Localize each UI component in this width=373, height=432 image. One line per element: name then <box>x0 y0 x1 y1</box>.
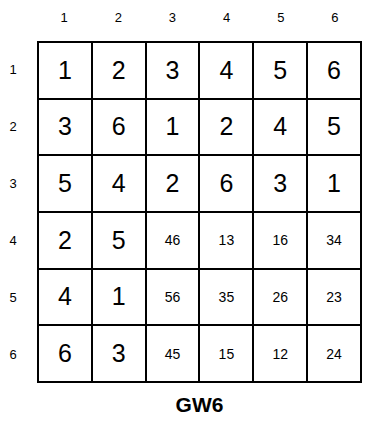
cell-r6c2[interactable]: 3 <box>93 326 145 381</box>
cell-r1c2[interactable]: 2 <box>93 43 145 98</box>
col-label-4: 4 <box>200 2 254 32</box>
cell-r1c1[interactable]: 1 <box>39 43 91 98</box>
cell-r2c6[interactable]: 5 <box>308 100 360 155</box>
cell-r4c2[interactable]: 5 <box>93 213 145 268</box>
cell-r4c6[interactable]: 34 <box>308 213 360 268</box>
col-label-5: 5 <box>254 2 308 32</box>
cell-r4c4[interactable]: 13 <box>200 213 252 268</box>
cell-r5c4[interactable]: 35 <box>200 270 252 325</box>
row-label-2: 2 <box>0 98 26 155</box>
cell-r4c5[interactable]: 16 <box>254 213 306 268</box>
cell-r4c1[interactable]: 2 <box>39 213 91 268</box>
row-labels: 1 2 3 4 5 6 <box>0 41 26 383</box>
row-label-4: 4 <box>0 212 26 269</box>
col-label-3: 3 <box>145 2 199 32</box>
cell-r3c1[interactable]: 5 <box>39 156 91 211</box>
cell-r6c6[interactable]: 24 <box>308 326 360 381</box>
col-label-1: 1 <box>37 2 91 32</box>
cell-r5c5[interactable]: 26 <box>254 270 306 325</box>
cell-r4c3[interactable]: 46 <box>147 213 199 268</box>
cell-r6c4[interactable]: 15 <box>200 326 252 381</box>
puzzle-grid: 1 2 3 4 5 6 3 6 1 2 4 5 5 4 2 6 3 1 2 5 … <box>37 41 362 383</box>
cell-r3c5[interactable]: 3 <box>254 156 306 211</box>
cell-r5c1[interactable]: 4 <box>39 270 91 325</box>
cell-r1c6[interactable]: 6 <box>308 43 360 98</box>
cell-r3c2[interactable]: 4 <box>93 156 145 211</box>
cell-r2c1[interactable]: 3 <box>39 100 91 155</box>
cell-r6c3[interactable]: 45 <box>147 326 199 381</box>
cell-r3c4[interactable]: 6 <box>200 156 252 211</box>
col-label-6: 6 <box>308 2 362 32</box>
column-labels: 1 2 3 4 5 6 <box>37 2 362 32</box>
row-label-3: 3 <box>0 155 26 212</box>
cell-r2c2[interactable]: 6 <box>93 100 145 155</box>
puzzle-page: 1 2 3 4 5 6 1 2 3 4 5 6 1 2 3 4 5 6 3 6 … <box>0 0 373 432</box>
cell-r6c1[interactable]: 6 <box>39 326 91 381</box>
cell-r5c3[interactable]: 56 <box>147 270 199 325</box>
cell-r1c3[interactable]: 3 <box>147 43 199 98</box>
puzzle-caption: GW6 <box>37 391 362 419</box>
cell-r1c4[interactable]: 4 <box>200 43 252 98</box>
cell-r2c4[interactable]: 2 <box>200 100 252 155</box>
cell-r2c5[interactable]: 4 <box>254 100 306 155</box>
col-label-2: 2 <box>91 2 145 32</box>
cell-r3c3[interactable]: 2 <box>147 156 199 211</box>
cell-r2c3[interactable]: 1 <box>147 100 199 155</box>
cell-r3c6[interactable]: 1 <box>308 156 360 211</box>
cell-r5c6[interactable]: 23 <box>308 270 360 325</box>
row-label-6: 6 <box>0 326 26 383</box>
cell-r6c5[interactable]: 12 <box>254 326 306 381</box>
row-label-5: 5 <box>0 269 26 326</box>
cell-r5c2[interactable]: 1 <box>93 270 145 325</box>
row-label-1: 1 <box>0 41 26 98</box>
cell-r1c5[interactable]: 5 <box>254 43 306 98</box>
